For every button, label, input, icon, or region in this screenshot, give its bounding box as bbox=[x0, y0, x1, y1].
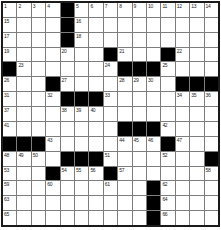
grid-cell[interactable] bbox=[104, 18, 117, 32]
grid-cell[interactable] bbox=[104, 196, 117, 210]
grid-cell[interactable] bbox=[190, 181, 203, 195]
clue-number: 25 bbox=[162, 62, 167, 68]
block-cell bbox=[46, 167, 59, 181]
clue-number: 32 bbox=[47, 92, 52, 98]
grid-cell[interactable] bbox=[133, 107, 146, 121]
clue-number: 46 bbox=[148, 137, 153, 143]
grid-cell[interactable] bbox=[75, 62, 88, 76]
grid-cell[interactable] bbox=[205, 137, 218, 151]
grid-cell[interactable] bbox=[17, 167, 30, 181]
grid-cell[interactable]: 63 bbox=[3, 196, 16, 210]
clue-number: 63 bbox=[4, 196, 9, 202]
grid-cell[interactable]: 40 bbox=[89, 107, 102, 121]
grid-cell[interactable]: 19 bbox=[3, 48, 16, 62]
clue-number: 20 bbox=[62, 48, 67, 54]
block-cell bbox=[61, 152, 74, 166]
clue-number: 57 bbox=[119, 167, 124, 173]
grid-cell[interactable] bbox=[32, 167, 45, 181]
grid-cell[interactable] bbox=[75, 211, 88, 225]
clue-number: 4 bbox=[47, 3, 49, 9]
grid-cell[interactable] bbox=[118, 211, 131, 225]
grid-cell[interactable] bbox=[75, 77, 88, 91]
grid-cell[interactable] bbox=[176, 211, 189, 225]
clue-number: 9 bbox=[134, 3, 136, 9]
clue-number: 8 bbox=[119, 3, 121, 9]
grid-cell[interactable] bbox=[133, 18, 146, 32]
grid-cell[interactable]: 56 bbox=[89, 167, 102, 181]
grid-cell[interactable]: 21 bbox=[118, 48, 131, 62]
clue-number: 66 bbox=[162, 211, 167, 217]
grid-cell[interactable] bbox=[161, 167, 174, 181]
grid-cell[interactable] bbox=[118, 181, 131, 195]
grid-cell[interactable] bbox=[104, 211, 117, 225]
clue-number: 54 bbox=[62, 167, 67, 173]
grid-cell[interactable] bbox=[176, 18, 189, 32]
clue-number: 56 bbox=[90, 167, 95, 173]
grid-cell[interactable] bbox=[104, 33, 117, 47]
block-cell bbox=[118, 62, 131, 76]
clue-number: 35 bbox=[191, 92, 196, 98]
grid-cell[interactable]: 44 bbox=[118, 137, 131, 151]
grid-cell[interactable] bbox=[133, 48, 146, 62]
clue-number: 33 bbox=[105, 92, 110, 98]
block-cell bbox=[3, 62, 16, 76]
grid-cell[interactable]: 36 bbox=[205, 92, 218, 106]
grid-cell[interactable] bbox=[205, 18, 218, 32]
grid-cell[interactable]: 11 bbox=[161, 3, 174, 17]
grid-cell[interactable] bbox=[104, 137, 117, 151]
clue-number: 53 bbox=[4, 167, 9, 173]
grid-cell[interactable]: 51 bbox=[104, 152, 117, 166]
grid-cell[interactable] bbox=[176, 122, 189, 136]
grid-cell[interactable] bbox=[104, 77, 117, 91]
grid-cell[interactable]: 17 bbox=[3, 33, 16, 47]
grid-cell[interactable] bbox=[46, 152, 59, 166]
clue-number: 51 bbox=[105, 152, 110, 158]
crossword-page: 1234567891011121314151617181920212223242… bbox=[0, 0, 221, 230]
grid-cell[interactable] bbox=[17, 196, 30, 210]
grid-cell[interactable] bbox=[32, 211, 45, 225]
grid-cell[interactable] bbox=[32, 92, 45, 106]
grid-cell[interactable]: 2 bbox=[17, 3, 30, 17]
block-cell bbox=[147, 122, 160, 136]
clue-number: 44 bbox=[119, 137, 124, 143]
grid-cell[interactable]: 10 bbox=[147, 3, 160, 17]
block-cell bbox=[89, 152, 102, 166]
grid-cell[interactable]: 12 bbox=[176, 3, 189, 17]
grid-cell[interactable]: 60 bbox=[46, 181, 59, 195]
grid-cell[interactable] bbox=[190, 196, 203, 210]
grid-cell[interactable] bbox=[17, 33, 30, 47]
grid-cell[interactable]: 45 bbox=[133, 137, 146, 151]
grid-cell[interactable] bbox=[190, 62, 203, 76]
grid-cell[interactable] bbox=[205, 62, 218, 76]
clue-number: 3 bbox=[33, 3, 35, 9]
clue-number: 62 bbox=[162, 181, 167, 187]
grid-cell[interactable] bbox=[147, 48, 160, 62]
clue-number: 41 bbox=[4, 122, 9, 128]
grid-cell[interactable]: 66 bbox=[161, 211, 174, 225]
grid-cell[interactable] bbox=[32, 181, 45, 195]
grid-cell[interactable]: 22 bbox=[176, 48, 189, 62]
clue-number: 45 bbox=[134, 137, 139, 143]
grid-cell[interactable]: 18 bbox=[75, 33, 88, 47]
grid-cell[interactable] bbox=[205, 48, 218, 62]
clue-number: 23 bbox=[18, 62, 23, 68]
grid-cell[interactable]: 53 bbox=[3, 167, 16, 181]
clue-number: 64 bbox=[162, 196, 167, 202]
grid-cell[interactable]: 54 bbox=[61, 167, 74, 181]
grid-cell[interactable]: 8 bbox=[118, 3, 131, 17]
clue-number: 14 bbox=[206, 3, 211, 9]
block-cell bbox=[161, 48, 174, 62]
grid-cell[interactable] bbox=[32, 62, 45, 76]
block-cell bbox=[133, 122, 146, 136]
grid-cell[interactable] bbox=[176, 181, 189, 195]
grid-cell[interactable]: 39 bbox=[75, 107, 88, 121]
grid-cell[interactable]: 50 bbox=[32, 152, 45, 166]
grid-cell[interactable] bbox=[161, 33, 174, 47]
grid-cell[interactable]: 64 bbox=[161, 196, 174, 210]
grid-cell[interactable] bbox=[205, 181, 218, 195]
grid-cell[interactable]: 48 bbox=[3, 152, 16, 166]
grid-cell[interactable] bbox=[32, 77, 45, 91]
grid-cell[interactable] bbox=[17, 48, 30, 62]
clue-number: 21 bbox=[119, 48, 124, 54]
block-cell bbox=[205, 152, 218, 166]
clue-number: 50 bbox=[33, 152, 38, 158]
grid-cell[interactable] bbox=[161, 18, 174, 32]
grid-cell[interactable]: 31 bbox=[3, 92, 16, 106]
grid-cell[interactable] bbox=[104, 107, 117, 121]
grid-cell[interactable] bbox=[133, 33, 146, 47]
grid-cell[interactable] bbox=[104, 122, 117, 136]
grid-cell[interactable]: 43 bbox=[46, 137, 59, 151]
grid-cell[interactable]: 7 bbox=[104, 3, 117, 17]
grid-cell[interactable] bbox=[118, 18, 131, 32]
block-cell bbox=[61, 33, 74, 47]
grid-cell[interactable]: 24 bbox=[104, 62, 117, 76]
grid-cell[interactable] bbox=[75, 137, 88, 151]
grid-cell[interactable] bbox=[75, 196, 88, 210]
grid-cell[interactable] bbox=[46, 122, 59, 136]
grid-cell[interactable]: 15 bbox=[3, 18, 16, 32]
grid-cell[interactable] bbox=[17, 181, 30, 195]
grid-cell[interactable] bbox=[61, 181, 74, 195]
grid-cell[interactable] bbox=[46, 33, 59, 47]
block-cell bbox=[32, 137, 45, 151]
grid-cell[interactable]: 3 bbox=[32, 3, 45, 17]
clue-number: 11 bbox=[162, 3, 167, 9]
grid-cell[interactable] bbox=[75, 122, 88, 136]
block-cell bbox=[104, 167, 117, 181]
crossword-grid: 1234567891011121314151617181920212223242… bbox=[1, 1, 220, 227]
clue-number: 7 bbox=[105, 3, 107, 9]
grid-cell[interactable] bbox=[118, 33, 131, 47]
block-cell bbox=[46, 77, 59, 91]
grid-cell[interactable] bbox=[118, 107, 131, 121]
grid-cell[interactable] bbox=[61, 196, 74, 210]
grid-cell[interactable] bbox=[118, 152, 131, 166]
clue-number: 36 bbox=[206, 92, 211, 98]
grid-cell[interactable] bbox=[190, 18, 203, 32]
grid-cell[interactable] bbox=[89, 62, 102, 76]
clue-number: 49 bbox=[18, 152, 23, 158]
clue-number: 60 bbox=[47, 181, 52, 187]
clue-number: 48 bbox=[4, 152, 9, 158]
clue-number: 2 bbox=[18, 3, 20, 9]
grid-cell[interactable]: 26 bbox=[3, 77, 16, 91]
grid-cell[interactable] bbox=[89, 33, 102, 47]
grid-cell[interactable] bbox=[205, 211, 218, 225]
block-cell bbox=[61, 92, 74, 106]
grid-cell[interactable] bbox=[176, 33, 189, 47]
grid-cell[interactable] bbox=[61, 62, 74, 76]
grid-cell[interactable] bbox=[17, 211, 30, 225]
block-cell bbox=[118, 122, 131, 136]
grid-cell[interactable]: 47 bbox=[176, 137, 189, 151]
clue-number: 43 bbox=[47, 137, 52, 143]
grid-cell[interactable] bbox=[32, 33, 45, 47]
grid-cell[interactable] bbox=[46, 211, 59, 225]
grid-cell[interactable] bbox=[205, 196, 218, 210]
grid-cell[interactable]: 34 bbox=[176, 92, 189, 106]
clue-number: 5 bbox=[76, 3, 78, 9]
grid-cell[interactable] bbox=[133, 92, 146, 106]
grid-cell[interactable]: 14 bbox=[205, 3, 218, 17]
grid-cell[interactable] bbox=[133, 152, 146, 166]
grid-cell[interactable]: 13 bbox=[190, 3, 203, 17]
clue-number: 39 bbox=[76, 107, 81, 113]
grid-cell[interactable] bbox=[89, 211, 102, 225]
grid-cell[interactable] bbox=[176, 152, 189, 166]
clue-number: 42 bbox=[162, 122, 167, 128]
block-cell bbox=[61, 3, 74, 17]
grid-cell[interactable] bbox=[32, 18, 45, 32]
block-cell bbox=[190, 77, 203, 91]
clue-number: 13 bbox=[191, 3, 196, 9]
grid-cell[interactable]: 35 bbox=[190, 92, 203, 106]
clue-number: 52 bbox=[162, 152, 167, 158]
grid-cell[interactable]: 57 bbox=[118, 167, 131, 181]
clue-number: 28 bbox=[119, 77, 124, 83]
grid-cell[interactable] bbox=[118, 196, 131, 210]
grid-cell[interactable] bbox=[205, 33, 218, 47]
grid-cell[interactable] bbox=[17, 92, 30, 106]
grid-cell[interactable] bbox=[118, 92, 131, 106]
clue-number: 17 bbox=[4, 33, 9, 39]
clue-number: 59 bbox=[4, 181, 9, 187]
grid-cell[interactable]: 4 bbox=[46, 3, 59, 17]
block-cell bbox=[147, 181, 160, 195]
grid-cell[interactable] bbox=[147, 167, 160, 181]
grid-cell[interactable] bbox=[205, 122, 218, 136]
grid-cell[interactable] bbox=[32, 122, 45, 136]
block-cell bbox=[61, 18, 74, 32]
grid-cell[interactable] bbox=[61, 137, 74, 151]
clue-number: 31 bbox=[4, 92, 9, 98]
grid-cell[interactable] bbox=[61, 211, 74, 225]
grid-cell[interactable] bbox=[133, 181, 146, 195]
grid-cell[interactable]: 37 bbox=[3, 107, 16, 121]
grid-cell[interactable] bbox=[46, 62, 59, 76]
grid-cell[interactable] bbox=[147, 152, 160, 166]
grid-cell[interactable]: 1 bbox=[3, 3, 16, 17]
grid-cell[interactable] bbox=[32, 107, 45, 121]
grid-cell[interactable]: 5 bbox=[75, 3, 88, 17]
grid-cell[interactable]: 42 bbox=[161, 122, 174, 136]
grid-cell[interactable]: 27 bbox=[61, 77, 74, 91]
grid-cell[interactable]: 62 bbox=[161, 181, 174, 195]
block-cell bbox=[89, 92, 102, 106]
grid-cell[interactable] bbox=[32, 48, 45, 62]
grid-cell[interactable] bbox=[46, 18, 59, 32]
clue-number: 22 bbox=[177, 48, 182, 54]
grid-cell[interactable] bbox=[133, 196, 146, 210]
clue-number: 16 bbox=[76, 18, 81, 24]
grid-cell[interactable]: 65 bbox=[3, 211, 16, 225]
clue-number: 40 bbox=[90, 107, 95, 113]
grid-cell[interactable] bbox=[147, 33, 160, 47]
grid-cell[interactable] bbox=[46, 107, 59, 121]
grid-cell[interactable] bbox=[89, 122, 102, 136]
block-cell bbox=[161, 137, 174, 151]
clue-number: 18 bbox=[76, 33, 81, 39]
grid-cell[interactable] bbox=[17, 122, 30, 136]
grid-cell[interactable] bbox=[190, 152, 203, 166]
grid-cell[interactable] bbox=[17, 18, 30, 32]
grid-cell[interactable] bbox=[46, 196, 59, 210]
grid-cell[interactable]: 38 bbox=[61, 107, 74, 121]
grid-cell[interactable]: 61 bbox=[104, 181, 117, 195]
grid-cell[interactable]: 55 bbox=[75, 167, 88, 181]
grid-cell[interactable]: 16 bbox=[75, 18, 88, 32]
clue-number: 47 bbox=[177, 137, 182, 143]
grid-cell[interactable] bbox=[190, 211, 203, 225]
grid-cell[interactable] bbox=[190, 137, 203, 151]
grid-cell[interactable]: 32 bbox=[46, 92, 59, 106]
clue-number: 26 bbox=[4, 77, 9, 83]
grid-cell[interactable] bbox=[17, 77, 30, 91]
grid-cell[interactable]: 9 bbox=[133, 3, 146, 17]
grid-cell[interactable] bbox=[147, 18, 160, 32]
grid-cell[interactable] bbox=[190, 167, 203, 181]
grid-cell[interactable] bbox=[61, 122, 74, 136]
grid-cell[interactable] bbox=[190, 107, 203, 121]
clue-number: 1 bbox=[4, 3, 6, 9]
clue-number: 24 bbox=[105, 62, 110, 68]
grid-cell[interactable] bbox=[161, 92, 174, 106]
grid-cell[interactable] bbox=[133, 211, 146, 225]
grid-cell[interactable]: 58 bbox=[205, 167, 218, 181]
block-cell bbox=[147, 196, 160, 210]
grid-cell[interactable] bbox=[205, 107, 218, 121]
clue-number: 65 bbox=[4, 211, 9, 217]
grid-cell[interactable] bbox=[89, 77, 102, 91]
block-cell bbox=[75, 92, 88, 106]
grid-cell[interactable] bbox=[89, 137, 102, 151]
grid-cell[interactable] bbox=[147, 92, 160, 106]
block-cell bbox=[147, 62, 160, 76]
grid-cell[interactable] bbox=[190, 33, 203, 47]
block-cell bbox=[147, 211, 160, 225]
grid-cell[interactable] bbox=[176, 196, 189, 210]
grid-cell[interactable]: 29 bbox=[133, 77, 146, 91]
grid-cell[interactable] bbox=[75, 181, 88, 195]
grid-cell[interactable] bbox=[161, 107, 174, 121]
clue-number: 27 bbox=[62, 77, 67, 83]
grid-cell[interactable]: 20 bbox=[61, 48, 74, 62]
grid-cell[interactable]: 41 bbox=[3, 122, 16, 136]
clue-number: 58 bbox=[206, 167, 211, 173]
grid-cell[interactable] bbox=[147, 107, 160, 121]
block-cell bbox=[205, 77, 218, 91]
block-cell bbox=[17, 137, 30, 151]
grid-cell[interactable] bbox=[190, 122, 203, 136]
grid-cell[interactable] bbox=[32, 196, 45, 210]
block-cell bbox=[133, 62, 146, 76]
grid-cell[interactable]: 52 bbox=[161, 152, 174, 166]
clue-number: 34 bbox=[177, 92, 182, 98]
clue-number: 19 bbox=[4, 48, 9, 54]
grid-cell[interactable] bbox=[75, 48, 88, 62]
grid-cell[interactable]: 49 bbox=[17, 152, 30, 166]
grid-cell[interactable] bbox=[17, 107, 30, 121]
clue-number: 6 bbox=[90, 3, 92, 9]
grid-cell[interactable] bbox=[176, 62, 189, 76]
block-cell bbox=[176, 77, 189, 91]
grid-cell[interactable] bbox=[89, 181, 102, 195]
grid-cell[interactable]: 6 bbox=[89, 3, 102, 17]
grid-cell[interactable] bbox=[89, 48, 102, 62]
clue-number: 38 bbox=[62, 107, 67, 113]
block-cell bbox=[75, 152, 88, 166]
grid-cell[interactable] bbox=[161, 77, 174, 91]
clue-number: 61 bbox=[105, 181, 110, 187]
clue-number: 12 bbox=[177, 3, 182, 9]
clue-number: 15 bbox=[4, 18, 9, 24]
grid-cell[interactable]: 59 bbox=[3, 181, 16, 195]
grid-cell[interactable]: 23 bbox=[17, 62, 30, 76]
clue-number: 30 bbox=[148, 77, 153, 83]
grid-cell[interactable] bbox=[190, 48, 203, 62]
clue-number: 29 bbox=[134, 77, 139, 83]
grid-cell[interactable]: 46 bbox=[147, 137, 160, 151]
grid-cell[interactable]: 25 bbox=[161, 62, 174, 76]
grid-cell[interactable] bbox=[176, 167, 189, 181]
block-cell bbox=[104, 48, 117, 62]
grid-cell[interactable] bbox=[46, 48, 59, 62]
grid-cell[interactable]: 30 bbox=[147, 77, 160, 91]
grid-cell[interactable]: 28 bbox=[118, 77, 131, 91]
grid-cell[interactable] bbox=[89, 18, 102, 32]
clue-number: 55 bbox=[76, 167, 81, 173]
grid-cell[interactable] bbox=[176, 107, 189, 121]
grid-cell[interactable] bbox=[89, 196, 102, 210]
block-cell bbox=[3, 137, 16, 151]
clue-number: 10 bbox=[148, 3, 153, 9]
clue-number: 37 bbox=[4, 107, 9, 113]
grid-cell[interactable]: 33 bbox=[104, 92, 117, 106]
grid-cell[interactable] bbox=[133, 167, 146, 181]
